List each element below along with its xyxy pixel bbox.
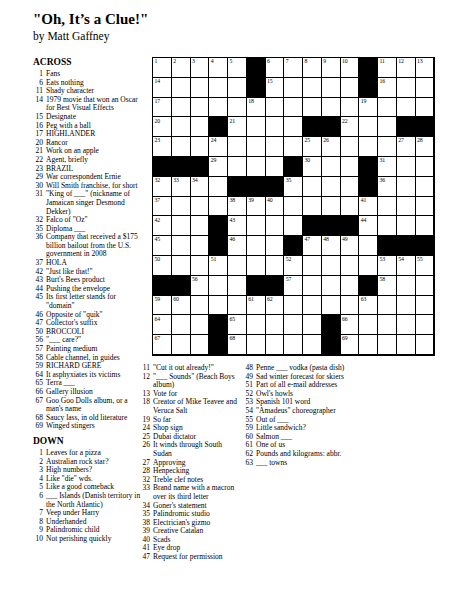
grid-cell[interactable] bbox=[172, 216, 191, 236]
grid-cell[interactable] bbox=[209, 197, 228, 217]
grid-cell[interactable] bbox=[359, 256, 378, 276]
cell-number: 58 bbox=[380, 276, 385, 283]
grid-cell[interactable]: 47 bbox=[303, 236, 322, 256]
black-cell bbox=[172, 157, 191, 177]
grid-cell[interactable]: 31 bbox=[378, 157, 397, 177]
black-cell bbox=[209, 236, 228, 256]
clue-item: 12"___ Sounds" (Beach Boys album) bbox=[140, 373, 240, 390]
down-clue-list-part1: 1Leaves for a pizza2Australian rock star… bbox=[33, 449, 143, 544]
grid-cell[interactable] bbox=[322, 276, 341, 296]
grid-cell[interactable] bbox=[416, 157, 435, 177]
cell-number: 32 bbox=[155, 177, 160, 184]
grid-cell[interactable] bbox=[378, 335, 397, 355]
grid-cell[interactable] bbox=[397, 335, 416, 355]
grid-cell[interactable] bbox=[303, 315, 322, 335]
grid-cell[interactable]: 24 bbox=[209, 137, 228, 157]
grid-cell[interactable] bbox=[228, 98, 247, 118]
grid-cell[interactable]: 33 bbox=[172, 177, 191, 197]
grid-cell[interactable]: 28 bbox=[416, 137, 435, 157]
grid-cell[interactable]: 9 bbox=[322, 58, 341, 78]
grid-cell[interactable] bbox=[303, 335, 322, 355]
black-cell bbox=[359, 58, 378, 78]
clue-number: 63 bbox=[243, 459, 253, 468]
grid-cell[interactable]: 55 bbox=[416, 256, 435, 276]
grid-cell[interactable] bbox=[416, 78, 435, 98]
grid-cell[interactable] bbox=[191, 216, 210, 236]
grid-cell[interactable]: 48 bbox=[322, 236, 341, 256]
cell-number: 41 bbox=[361, 197, 366, 204]
grid-cell[interactable]: 30 bbox=[303, 157, 322, 177]
cell-number: 65 bbox=[230, 316, 235, 323]
grid-cell[interactable]: 51 bbox=[209, 256, 228, 276]
grid-cell[interactable]: 25 bbox=[303, 137, 322, 157]
grid-cell[interactable]: 56 bbox=[191, 276, 210, 296]
grid-cell[interactable]: 41 bbox=[359, 197, 378, 217]
grid-cell[interactable] bbox=[172, 117, 191, 137]
grid-cell[interactable]: 58 bbox=[378, 276, 397, 296]
cell-number: 40 bbox=[267, 197, 272, 204]
grid-cell[interactable] bbox=[303, 197, 322, 217]
grid-cell[interactable]: 35 bbox=[284, 177, 303, 197]
cell-number: 44 bbox=[361, 217, 366, 224]
grid-cell[interactable] bbox=[416, 216, 435, 236]
grid-cell[interactable] bbox=[284, 98, 303, 118]
grid-cell[interactable] bbox=[209, 177, 228, 197]
grid-cell[interactable]: 8 bbox=[303, 58, 322, 78]
grid-cell[interactable]: 20 bbox=[153, 117, 172, 137]
grid-cell[interactable]: 17 bbox=[153, 98, 172, 118]
cell-number: 7 bbox=[286, 58, 289, 65]
grid-cell[interactable]: 54 bbox=[397, 256, 416, 276]
cell-number: 5 bbox=[230, 58, 233, 65]
grid-cell[interactable] bbox=[303, 256, 322, 276]
grid-cell[interactable]: 23 bbox=[153, 137, 172, 157]
grid-cell[interactable]: 60 bbox=[172, 296, 191, 316]
grid-cell[interactable] bbox=[397, 197, 416, 217]
clue-number: 45 bbox=[33, 293, 43, 302]
grid-cell[interactable] bbox=[322, 296, 341, 316]
grid-cell[interactable] bbox=[303, 276, 322, 296]
grid-cell[interactable]: 5 bbox=[228, 58, 247, 78]
grid-cell[interactable] bbox=[191, 78, 210, 98]
cell-number: 30 bbox=[305, 157, 310, 164]
grid-cell[interactable] bbox=[172, 98, 191, 118]
grid-cell[interactable] bbox=[284, 137, 303, 157]
cell-number: 13 bbox=[417, 58, 422, 65]
black-cell bbox=[153, 157, 172, 177]
cell-number: 1 bbox=[155, 58, 158, 65]
grid-cell[interactable]: 21 bbox=[228, 117, 247, 137]
black-cell bbox=[153, 276, 172, 296]
grid-cell[interactable] bbox=[284, 296, 303, 316]
black-cell bbox=[397, 117, 416, 137]
clue-number: 31 bbox=[33, 190, 43, 199]
grid-cell[interactable] bbox=[228, 256, 247, 276]
grid-cell[interactable] bbox=[416, 315, 435, 335]
grid-cell[interactable]: 36 bbox=[378, 177, 397, 197]
grid-cell[interactable]: 32 bbox=[153, 177, 172, 197]
grid-cell[interactable] bbox=[191, 137, 210, 157]
cell-number: 67 bbox=[155, 335, 160, 342]
grid-cell[interactable] bbox=[191, 98, 210, 118]
grid-cell[interactable]: 68 bbox=[228, 335, 247, 355]
grid-cell[interactable] bbox=[322, 256, 341, 276]
grid-cell[interactable] bbox=[322, 157, 341, 177]
across-clue-list: 1Fans6Eats nothing11Shady character14197… bbox=[33, 70, 143, 431]
grid-cell[interactable] bbox=[378, 137, 397, 157]
clue-item: 45Its first letter stands for "domain" bbox=[33, 293, 143, 310]
across-header: ACROSS bbox=[33, 57, 143, 68]
black-cell bbox=[247, 78, 266, 98]
grid-cell[interactable] bbox=[378, 296, 397, 316]
grid-cell[interactable]: 11 bbox=[378, 58, 397, 78]
black-cell bbox=[303, 117, 322, 137]
cell-number: 63 bbox=[361, 296, 366, 303]
cell-number: 37 bbox=[155, 197, 160, 204]
cell-number: 43 bbox=[230, 217, 235, 224]
grid-cell[interactable] bbox=[359, 335, 378, 355]
cell-number: 46 bbox=[230, 236, 235, 243]
grid-cell[interactable] bbox=[209, 276, 228, 296]
cell-number: 22 bbox=[342, 118, 347, 125]
grid-cell[interactable]: 59 bbox=[153, 296, 172, 316]
grid-cell[interactable] bbox=[266, 137, 285, 157]
cell-number: 21 bbox=[230, 118, 235, 125]
grid-cell[interactable]: 40 bbox=[266, 197, 285, 217]
cell-number: 24 bbox=[211, 137, 216, 144]
grid-cell[interactable] bbox=[172, 335, 191, 355]
cell-number: 68 bbox=[230, 335, 235, 342]
black-cell bbox=[191, 157, 210, 177]
grid-cell[interactable] bbox=[266, 236, 285, 256]
grid-cell[interactable] bbox=[284, 78, 303, 98]
clue-item: 18Creator of Mike Teavee and Veruca Salt bbox=[140, 398, 240, 415]
grid-cell[interactable]: 13 bbox=[416, 58, 435, 78]
grid-cell[interactable] bbox=[303, 296, 322, 316]
cell-number: 59 bbox=[155, 296, 160, 303]
grid-cell[interactable] bbox=[266, 216, 285, 236]
grid-cell[interactable]: 64 bbox=[153, 315, 172, 335]
grid-cell[interactable]: 43 bbox=[228, 216, 247, 236]
black-cell bbox=[322, 315, 341, 335]
grid-cell[interactable] bbox=[378, 315, 397, 335]
grid-cell[interactable] bbox=[378, 197, 397, 217]
grid-cell[interactable] bbox=[209, 98, 228, 118]
black-cell bbox=[341, 216, 360, 236]
black-cell bbox=[266, 276, 285, 296]
grid-cell[interactable] bbox=[416, 177, 435, 197]
grid-cell[interactable]: 37 bbox=[153, 197, 172, 217]
grid-cell[interactable] bbox=[228, 296, 247, 316]
grid-cell[interactable]: 49 bbox=[341, 236, 360, 256]
cell-number: 48 bbox=[323, 236, 328, 243]
grid-cell[interactable] bbox=[359, 117, 378, 137]
cell-number: 66 bbox=[342, 316, 347, 323]
cell-number: 38 bbox=[230, 197, 235, 204]
grid-cell[interactable]: 3 bbox=[191, 58, 210, 78]
grid-cell[interactable]: 34 bbox=[191, 177, 210, 197]
grid-cell[interactable]: 39 bbox=[247, 197, 266, 217]
clue-number: 6 bbox=[33, 492, 43, 501]
cell-number: 60 bbox=[173, 296, 178, 303]
black-cell bbox=[228, 177, 247, 197]
cell-number: 61 bbox=[248, 296, 253, 303]
grid-cell[interactable] bbox=[322, 197, 341, 217]
grid-cell[interactable] bbox=[284, 197, 303, 217]
grid-cell[interactable]: 19 bbox=[359, 98, 378, 118]
grid-cell[interactable] bbox=[228, 276, 247, 296]
black-cell bbox=[266, 177, 285, 197]
grid-cell[interactable] bbox=[303, 177, 322, 197]
cell-number: 55 bbox=[417, 256, 422, 263]
grid-cell[interactable] bbox=[172, 137, 191, 157]
cell-number: 47 bbox=[305, 236, 310, 243]
grid-cell[interactable] bbox=[416, 197, 435, 217]
grid-cell[interactable] bbox=[247, 157, 266, 177]
grid-cell[interactable] bbox=[247, 335, 266, 355]
grid-cell[interactable]: 27 bbox=[397, 137, 416, 157]
grid-cell[interactable] bbox=[322, 177, 341, 197]
grid-cell[interactable] bbox=[284, 216, 303, 236]
grid-cell[interactable] bbox=[378, 216, 397, 236]
grid-cell[interactable] bbox=[322, 78, 341, 98]
clue-item: 69Winged stingers bbox=[33, 422, 143, 431]
grid-cell[interactable]: 26 bbox=[322, 137, 341, 157]
cell-number: 27 bbox=[398, 137, 403, 144]
grid-cell[interactable] bbox=[228, 157, 247, 177]
grid-cell[interactable]: 14 bbox=[153, 78, 172, 98]
cell-number: 18 bbox=[248, 98, 253, 105]
grid-cell[interactable] bbox=[191, 117, 210, 137]
black-cell bbox=[247, 177, 266, 197]
grid-cell[interactable] bbox=[228, 137, 247, 157]
grid-cell[interactable] bbox=[341, 256, 360, 276]
grid-cell[interactable] bbox=[266, 256, 285, 276]
grid-cell[interactable] bbox=[341, 197, 360, 217]
grid-cell[interactable]: 16 bbox=[378, 78, 397, 98]
grid-cell[interactable]: 52 bbox=[284, 256, 303, 276]
grid-cell[interactable] bbox=[397, 315, 416, 335]
crossword-grid: 1234567891011121314151617181920212223242… bbox=[152, 57, 435, 356]
grid-cell[interactable] bbox=[172, 256, 191, 276]
grid-cell[interactable] bbox=[191, 236, 210, 256]
grid-cell[interactable] bbox=[303, 78, 322, 98]
grid-cell[interactable] bbox=[247, 117, 266, 137]
down-header: DOWN bbox=[33, 436, 143, 447]
black-cell bbox=[209, 117, 228, 137]
grid-cell[interactable] bbox=[266, 157, 285, 177]
grid-cell[interactable] bbox=[397, 276, 416, 296]
grid-cell[interactable]: 42 bbox=[153, 216, 172, 236]
grid-cell[interactable]: 6 bbox=[266, 58, 285, 78]
grid-cell[interactable]: 50 bbox=[153, 256, 172, 276]
grid-cell[interactable] bbox=[303, 98, 322, 118]
cell-number: 64 bbox=[155, 316, 160, 323]
grid-cell[interactable] bbox=[172, 236, 191, 256]
cell-number: 34 bbox=[192, 177, 197, 184]
black-cell bbox=[284, 157, 303, 177]
cell-number: 8 bbox=[305, 58, 308, 65]
grid-cell[interactable] bbox=[247, 236, 266, 256]
cell-number: 52 bbox=[286, 256, 291, 263]
clue-number: 33 bbox=[140, 484, 150, 493]
grid-cell[interactable] bbox=[416, 296, 435, 316]
black-cell bbox=[209, 216, 228, 236]
grid-cell[interactable] bbox=[397, 216, 416, 236]
cell-number: 62 bbox=[267, 296, 272, 303]
grid-cell[interactable]: 4 bbox=[209, 58, 228, 78]
grid-cell[interactable] bbox=[191, 315, 210, 335]
grid-cell[interactable]: 44 bbox=[359, 216, 378, 236]
grid-cell[interactable] bbox=[397, 98, 416, 118]
clue-number: 67 bbox=[33, 397, 43, 406]
clue-number: 14 bbox=[33, 96, 43, 105]
clue-item: 67Goo Goo Dolls album, or a man's name bbox=[33, 397, 143, 414]
grid-cell[interactable] bbox=[247, 315, 266, 335]
grid-cell[interactable]: 45 bbox=[153, 236, 172, 256]
clue-item: 6___ Islands (Danish territory in the No… bbox=[33, 492, 143, 509]
grid-cell[interactable] bbox=[341, 177, 360, 197]
clue-number: 18 bbox=[140, 398, 150, 407]
cell-number: 26 bbox=[323, 137, 328, 144]
grid-cell[interactable] bbox=[397, 78, 416, 98]
grid-cell[interactable] bbox=[359, 236, 378, 256]
grid-cell[interactable] bbox=[191, 296, 210, 316]
grid-cell[interactable] bbox=[209, 296, 228, 316]
grid-cell[interactable]: 22 bbox=[341, 117, 360, 137]
black-cell bbox=[416, 117, 435, 137]
grid-cell[interactable] bbox=[247, 137, 266, 157]
down-clue-list-part2: 11"Cut it out already!"12"___ Sounds" (B… bbox=[140, 364, 240, 562]
grid-cell[interactable] bbox=[266, 98, 285, 118]
grid-cell[interactable]: 2 bbox=[172, 58, 191, 78]
grid-cell[interactable]: 66 bbox=[341, 315, 360, 335]
grid-cell[interactable] bbox=[397, 157, 416, 177]
grid-cell[interactable] bbox=[359, 315, 378, 335]
grid-cell[interactable] bbox=[416, 276, 435, 296]
cell-number: 25 bbox=[305, 137, 310, 144]
grid-cell[interactable] bbox=[341, 98, 360, 118]
grid-cell[interactable]: 65 bbox=[228, 315, 247, 335]
grid-cell[interactable] bbox=[378, 117, 397, 137]
cell-number: 17 bbox=[155, 98, 160, 105]
grid-cell[interactable]: 7 bbox=[284, 58, 303, 78]
grid-cell[interactable] bbox=[284, 335, 303, 355]
grid-cell[interactable] bbox=[341, 296, 360, 316]
grid-cell[interactable] bbox=[172, 315, 191, 335]
black-cell bbox=[247, 58, 266, 78]
grid-cell[interactable] bbox=[341, 276, 360, 296]
grid-cell[interactable] bbox=[341, 78, 360, 98]
cell-number: 54 bbox=[398, 256, 403, 263]
grid-cell[interactable]: 1 bbox=[153, 58, 172, 78]
grid-cell[interactable]: 12 bbox=[397, 58, 416, 78]
cell-number: 42 bbox=[155, 217, 160, 224]
puzzle-byline: by Matt Gaffney bbox=[33, 30, 109, 42]
clue-number: 69 bbox=[33, 422, 43, 431]
cell-number: 14 bbox=[155, 78, 160, 85]
puzzle-title: "Oh, It’s a Clue!" bbox=[33, 11, 148, 28]
grid-cell[interactable] bbox=[284, 117, 303, 137]
grid-cell[interactable]: 63 bbox=[359, 296, 378, 316]
black-cell bbox=[303, 216, 322, 236]
grid-cell[interactable] bbox=[416, 98, 435, 118]
grid-cell[interactable]: 62 bbox=[266, 296, 285, 316]
grid-cell[interactable] bbox=[359, 137, 378, 157]
grid-cell[interactable]: 67 bbox=[153, 335, 172, 355]
cell-number: 9 bbox=[323, 58, 326, 65]
black-cell bbox=[416, 236, 435, 256]
grid-cell[interactable] bbox=[172, 78, 191, 98]
grid-cell[interactable]: 38 bbox=[228, 197, 247, 217]
grid-cell[interactable] bbox=[397, 177, 416, 197]
grid-cell[interactable] bbox=[416, 335, 435, 355]
grid-cell[interactable] bbox=[191, 335, 210, 355]
black-cell bbox=[284, 236, 303, 256]
grid-cell[interactable]: 46 bbox=[228, 236, 247, 256]
grid-cell[interactable] bbox=[266, 315, 285, 335]
grid-cell[interactable]: 61 bbox=[247, 296, 266, 316]
grid-cell[interactable] bbox=[247, 216, 266, 236]
black-cell bbox=[172, 276, 191, 296]
cell-number: 28 bbox=[417, 137, 422, 144]
black-cell bbox=[359, 78, 378, 98]
grid-cell[interactable] bbox=[247, 256, 266, 276]
clue-number: 10 bbox=[33, 535, 43, 544]
grid-cell[interactable]: 18 bbox=[247, 98, 266, 118]
grid-cell[interactable] bbox=[322, 98, 341, 118]
cell-number: 29 bbox=[211, 157, 216, 164]
cell-number: 16 bbox=[380, 78, 385, 85]
grid-cell[interactable] bbox=[341, 157, 360, 177]
grid-cell[interactable] bbox=[397, 296, 416, 316]
cell-number: 33 bbox=[173, 177, 178, 184]
cell-number: 3 bbox=[192, 58, 195, 65]
grid-cell[interactable] bbox=[284, 315, 303, 335]
grid-cell[interactable]: 53 bbox=[378, 256, 397, 276]
grid-cell[interactable] bbox=[172, 197, 191, 217]
clue-item: 47Request for permission bbox=[140, 553, 240, 562]
grid-cell[interactable] bbox=[191, 197, 210, 217]
cell-number: 39 bbox=[248, 197, 253, 204]
grid-cell[interactable] bbox=[228, 78, 247, 98]
cell-number: 23 bbox=[155, 137, 160, 144]
black-cell bbox=[322, 216, 341, 236]
grid-cell[interactable]: 15 bbox=[266, 78, 285, 98]
grid-cell[interactable]: 29 bbox=[209, 157, 228, 177]
grid-cell[interactable] bbox=[209, 78, 228, 98]
black-cell bbox=[397, 236, 416, 256]
grid-cell[interactable] bbox=[378, 98, 397, 118]
cell-number: 51 bbox=[211, 256, 216, 263]
clue-number: 47 bbox=[140, 553, 150, 562]
cell-number: 4 bbox=[211, 58, 214, 65]
grid-cell[interactable] bbox=[341, 137, 360, 157]
black-cell bbox=[209, 335, 228, 355]
grid-cell[interactable] bbox=[266, 335, 285, 355]
grid-cell[interactable] bbox=[191, 256, 210, 276]
grid-cell[interactable]: 57 bbox=[284, 276, 303, 296]
grid-cell[interactable]: 10 bbox=[341, 58, 360, 78]
cell-number: 56 bbox=[192, 276, 197, 283]
clue-item: 10Not perishing quickly bbox=[33, 535, 143, 544]
black-cell bbox=[209, 315, 228, 335]
black-cell bbox=[378, 236, 397, 256]
clue-item: 141979 movie that won an Oscar for Best … bbox=[33, 96, 143, 113]
grid-cell[interactable] bbox=[266, 117, 285, 137]
grid-cell[interactable]: 69 bbox=[341, 335, 360, 355]
cell-number: 50 bbox=[155, 256, 160, 263]
